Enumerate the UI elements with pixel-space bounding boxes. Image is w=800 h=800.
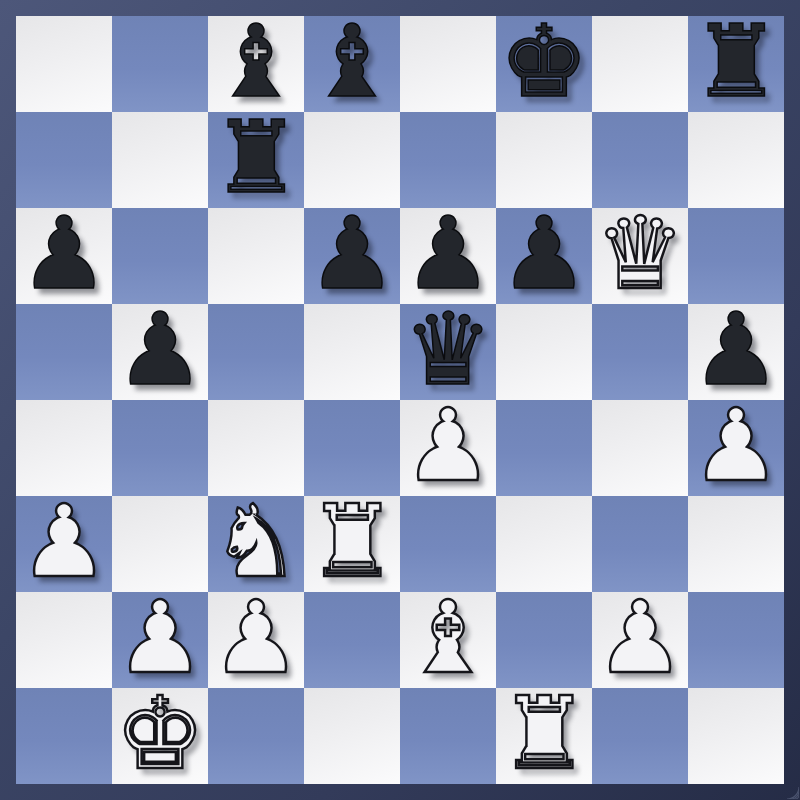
piece-white-pawn[interactable]: ♟ [595, 590, 685, 686]
corner-flourish-icon [785, 785, 799, 799]
square-d7[interactable] [304, 112, 400, 208]
chess-board: ♝♝♚♜♜♟♟♟♟♛♟♛♟♟♟♟♞♜♟♟♝♟♚♜ [16, 16, 784, 784]
piece-black-pawn[interactable]: ♟ [499, 206, 589, 302]
piece-white-bishop[interactable]: ♝ [403, 590, 493, 686]
piece-black-queen[interactable]: ♛ [403, 302, 493, 398]
square-e7[interactable] [400, 112, 496, 208]
square-e6[interactable]: ♟ [400, 208, 496, 304]
square-f3[interactable] [496, 496, 592, 592]
square-d3[interactable]: ♜ [304, 496, 400, 592]
square-g3[interactable] [592, 496, 688, 592]
square-b6[interactable] [112, 208, 208, 304]
square-h8[interactable]: ♜ [688, 16, 784, 112]
square-a4[interactable] [16, 400, 112, 496]
chess-board-frame: ♝♝♚♜♜♟♟♟♟♛♟♛♟♟♟♟♞♜♟♟♝♟♚♜ [0, 0, 800, 800]
piece-black-pawn[interactable]: ♟ [115, 302, 205, 398]
square-a7[interactable] [16, 112, 112, 208]
piece-black-bishop[interactable]: ♝ [307, 14, 397, 110]
square-f2[interactable] [496, 592, 592, 688]
square-d5[interactable] [304, 304, 400, 400]
square-b1[interactable]: ♚ [112, 688, 208, 784]
square-c2[interactable]: ♟ [208, 592, 304, 688]
piece-white-pawn[interactable]: ♟ [211, 590, 301, 686]
square-a8[interactable] [16, 16, 112, 112]
piece-black-pawn[interactable]: ♟ [403, 206, 493, 302]
piece-black-pawn[interactable]: ♟ [691, 302, 781, 398]
square-a5[interactable] [16, 304, 112, 400]
square-g8[interactable] [592, 16, 688, 112]
square-g2[interactable]: ♟ [592, 592, 688, 688]
square-b7[interactable] [112, 112, 208, 208]
piece-black-bishop[interactable]: ♝ [211, 14, 301, 110]
square-c5[interactable] [208, 304, 304, 400]
square-h5[interactable]: ♟ [688, 304, 784, 400]
square-h1[interactable] [688, 688, 784, 784]
square-e8[interactable] [400, 16, 496, 112]
piece-white-pawn[interactable]: ♟ [403, 398, 493, 494]
square-d6[interactable]: ♟ [304, 208, 400, 304]
piece-white-pawn[interactable]: ♟ [691, 398, 781, 494]
piece-white-rook[interactable]: ♜ [499, 686, 589, 782]
piece-white-pawn[interactable]: ♟ [115, 590, 205, 686]
piece-white-knight[interactable]: ♞ [211, 494, 301, 590]
square-c6[interactable] [208, 208, 304, 304]
square-h7[interactable] [688, 112, 784, 208]
square-f6[interactable]: ♟ [496, 208, 592, 304]
square-e3[interactable] [400, 496, 496, 592]
piece-white-king[interactable]: ♚ [115, 686, 205, 782]
square-e5[interactable]: ♛ [400, 304, 496, 400]
square-d1[interactable] [304, 688, 400, 784]
square-d8[interactable]: ♝ [304, 16, 400, 112]
square-a3[interactable]: ♟ [16, 496, 112, 592]
square-f5[interactable] [496, 304, 592, 400]
square-g7[interactable] [592, 112, 688, 208]
square-b2[interactable]: ♟ [112, 592, 208, 688]
piece-black-pawn[interactable]: ♟ [307, 206, 397, 302]
square-e2[interactable]: ♝ [400, 592, 496, 688]
square-g4[interactable] [592, 400, 688, 496]
square-h3[interactable] [688, 496, 784, 592]
square-d4[interactable] [304, 400, 400, 496]
piece-white-pawn[interactable]: ♟ [19, 494, 109, 590]
square-b3[interactable] [112, 496, 208, 592]
square-b8[interactable] [112, 16, 208, 112]
piece-black-rook[interactable]: ♜ [691, 14, 781, 110]
piece-white-rook[interactable]: ♜ [307, 494, 397, 590]
square-g5[interactable] [592, 304, 688, 400]
square-a1[interactable] [16, 688, 112, 784]
square-h4[interactable]: ♟ [688, 400, 784, 496]
square-c7[interactable]: ♜ [208, 112, 304, 208]
square-c4[interactable] [208, 400, 304, 496]
square-b4[interactable] [112, 400, 208, 496]
square-e1[interactable] [400, 688, 496, 784]
square-f7[interactable] [496, 112, 592, 208]
square-a2[interactable] [16, 592, 112, 688]
square-c3[interactable]: ♞ [208, 496, 304, 592]
square-b5[interactable]: ♟ [112, 304, 208, 400]
square-g6[interactable]: ♛ [592, 208, 688, 304]
square-a6[interactable]: ♟ [16, 208, 112, 304]
piece-white-queen[interactable]: ♛ [595, 206, 685, 302]
square-h2[interactable] [688, 592, 784, 688]
square-f4[interactable] [496, 400, 592, 496]
square-e4[interactable]: ♟ [400, 400, 496, 496]
square-c8[interactable]: ♝ [208, 16, 304, 112]
square-f1[interactable]: ♜ [496, 688, 592, 784]
square-h6[interactable] [688, 208, 784, 304]
square-c1[interactable] [208, 688, 304, 784]
square-d2[interactable] [304, 592, 400, 688]
square-g1[interactable] [592, 688, 688, 784]
piece-black-pawn[interactable]: ♟ [19, 206, 109, 302]
piece-black-rook[interactable]: ♜ [211, 110, 301, 206]
piece-black-king[interactable]: ♚ [499, 14, 589, 110]
square-f8[interactable]: ♚ [496, 16, 592, 112]
